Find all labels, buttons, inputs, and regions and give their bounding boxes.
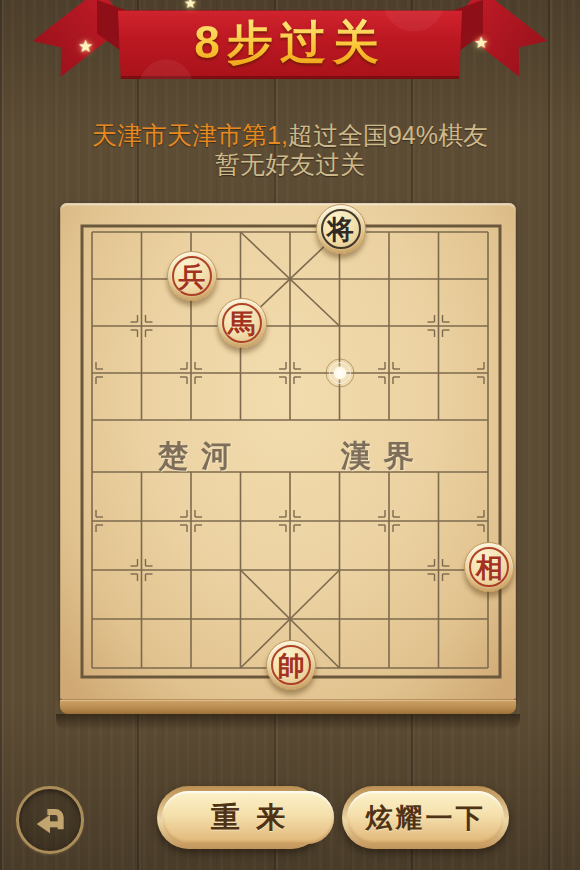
return-arrow-icon (30, 800, 70, 840)
showoff-button-label: 炫耀一下 (347, 791, 504, 844)
last-move-marker[interactable] (333, 367, 346, 380)
river-label-left: 楚河 (158, 436, 244, 477)
banner-ribbon: 8步过关 ★ ★ ★ (0, 0, 580, 110)
piece-red-馬[interactable]: 馬 (217, 298, 267, 348)
friends-status: 暂无好友过关 (0, 148, 580, 181)
back-button[interactable] (16, 786, 84, 854)
board-bevel (60, 700, 516, 714)
restart-button-label: 重来 (162, 791, 334, 844)
piece-red-帥[interactable]: 帥 (266, 640, 316, 690)
piece-glyph: 相 (476, 554, 503, 581)
star-icon: ★ (474, 35, 488, 51)
piece-red-兵[interactable]: 兵 (167, 251, 217, 301)
piece-glyph: 兵 (179, 263, 206, 290)
star-icon: ★ (184, 0, 197, 10)
game-screen: 8步过关 ★ ★ ★ 天津市天津市第1,超过全国94%棋友 暂无好友过关 楚河 … (0, 0, 580, 870)
rank-text: 天津市天津市第1, (92, 121, 288, 149)
river-label-right: 漢界 (341, 436, 427, 477)
piece-glyph: 将 (327, 216, 354, 243)
piece-glyph: 帥 (278, 652, 305, 679)
restart-button[interactable]: 重来 (157, 786, 323, 849)
percent-text: 超过全国94%棋友 (288, 121, 488, 149)
xiangqi-board[interactable]: 楚河 漢界 将兵馬相帥 (60, 203, 516, 700)
board-shadow (56, 714, 520, 730)
piece-red-相[interactable]: 相 (464, 542, 514, 592)
piece-glyph: 馬 (228, 310, 255, 337)
board-grid (60, 203, 516, 700)
showoff-button[interactable]: 炫耀一下 (342, 786, 509, 849)
piece-black-将[interactable]: 将 (316, 204, 366, 254)
star-icon: ★ (78, 38, 93, 55)
